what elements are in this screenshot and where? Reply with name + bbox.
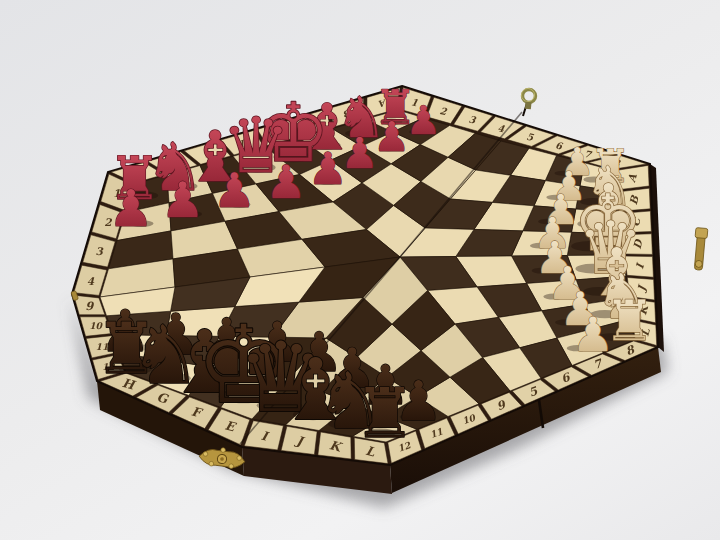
piece-red-pawn-d2[interactable]: ♟: [308, 143, 348, 194]
three-player-chess-board: LKJIDCBA12345678ABCDIJKL87659101112LKJIE…: [0, 0, 720, 540]
piece-red-pawn-j2[interactable]: ♟: [213, 163, 256, 218]
side-clasp-icon[interactable]: [692, 228, 708, 271]
piece-black-rook-l12[interactable]: ♜: [354, 374, 415, 453]
piece-glyph: ♟: [406, 97, 441, 143]
coordinate-label-upper-left-4: 4: [87, 275, 95, 287]
photo-backdrop: LKJIDCBA12345678ABCDIJKL87659101112LKJIE…: [0, 0, 720, 540]
piece-glyph: ♟: [161, 171, 205, 229]
coordinate-label-lower-left-9: 9: [85, 299, 94, 313]
piece-glyph: ♟: [213, 163, 256, 218]
piece-red-pawn-a2[interactable]: ♟: [406, 97, 441, 143]
piece-red-pawn-k2[interactable]: ♟: [161, 171, 205, 229]
piece-red-pawn-i2[interactable]: ♟: [265, 155, 306, 209]
piece-red-pawn-l2[interactable]: ♟: [108, 179, 153, 238]
piece-glyph: ♟: [572, 307, 614, 362]
piece-white-pawn-l7[interactable]: ♟: [567, 307, 614, 362]
piece-glyph: ♜: [354, 374, 415, 453]
piece-glyph: ♟: [108, 179, 153, 238]
hinge-loop-icon: [522, 89, 536, 110]
piece-glyph: ♟: [308, 143, 348, 194]
piece-glyph: ♟: [265, 155, 306, 209]
